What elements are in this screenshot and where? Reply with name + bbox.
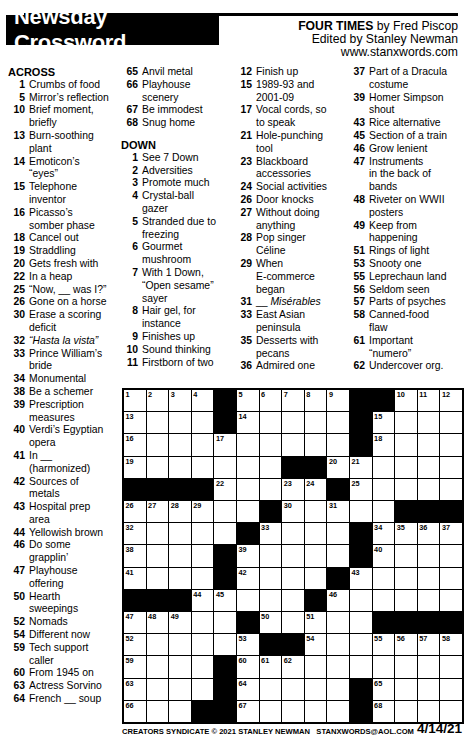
cell-r5c15[interactable] [440,479,462,500]
cell-r13c6[interactable]: 60 [237,656,259,677]
cell-r5c5[interactable]: 22 [214,479,236,500]
cell-r6c2[interactable]: 27 [147,501,169,522]
clue-text: Blackboard accessories [256,156,311,182]
cell-r9c7[interactable] [260,568,282,589]
cell-r2c12[interactable]: 15 [373,412,395,433]
clue-text: “Now, __ was I?” [29,284,106,297]
clue-text: From 1945 on [29,667,94,680]
cell-r3c5[interactable]: 17 [214,434,236,455]
cell-r4c6[interactable] [237,457,259,478]
clue-text: Mirror’s reflection [29,92,109,105]
black-square [260,501,282,522]
clue-number: 31 [235,296,256,309]
cell-r10c7[interactable] [260,590,282,611]
cell-number: 57 [419,634,427,643]
clue-number: 36 [235,360,256,373]
cell-r9c4[interactable] [192,568,214,589]
cell-number: 25 [352,479,360,488]
cell-r6c4[interactable]: 29 [192,501,214,522]
cell-r12c2[interactable] [147,634,169,655]
cell-r2c1[interactable]: 13 [124,412,146,433]
clue-22: 22In a heap [8,271,120,284]
clue-26: 26Gone on a horse [8,296,120,309]
black-square [395,501,417,522]
cell-number: 43 [352,568,360,577]
black-square [214,412,236,433]
cell-r13c7[interactable]: 61 [260,656,282,677]
clue-60: 60From 1945 on [8,667,120,680]
cell-r13c12[interactable] [373,656,395,677]
cell-r14c15[interactable] [440,679,462,700]
cell-r15c2[interactable] [147,701,169,722]
clue-number: 14 [8,156,29,169]
cell-r2c13[interactable] [395,412,417,433]
clue-33: 33Prince William’s bride [8,348,120,374]
cell-r5c14[interactable] [418,479,440,500]
cell-r5c9[interactable]: 24 [305,479,327,500]
clue-text: Gets fresh with [29,258,98,271]
cell-number: 5 [239,390,243,399]
cell-r2c4[interactable] [192,412,214,433]
cell-r8c3[interactable] [169,545,191,566]
cell-r9c14[interactable] [418,568,440,589]
cell-number: 2 [148,390,152,399]
clue-9: 9Finishes up [121,331,233,344]
cell-r3c9[interactable] [305,434,327,455]
cell-r11c7[interactable]: 50 [260,612,282,633]
cell-r14c10[interactable] [327,679,349,700]
cell-r9c6[interactable]: 42 [237,568,259,589]
clue-column-1: ACROSS1Crumbs of food5Mirror’s reflectio… [8,66,120,706]
clue-number: 5 [8,92,29,105]
cell-r2c3[interactable] [169,412,191,433]
cell-r6c1[interactable]: 26 [124,501,146,522]
cell-r12c3[interactable] [169,634,191,655]
cell-r5c6[interactable] [237,479,259,500]
cell-r13c13[interactable] [395,656,417,677]
cell-r8c13[interactable] [395,545,417,566]
cell-r6c9[interactable] [305,501,327,522]
cell-r15c14[interactable] [418,701,440,722]
cell-number: 31 [329,501,337,510]
cell-number: 7 [284,390,288,399]
cell-r15c12[interactable]: 68 [373,701,395,722]
cell-r14c4[interactable] [192,679,214,700]
cell-r10c5[interactable]: 45 [214,590,236,611]
black-square [418,612,440,633]
clue-61: 61Important “numero” [348,335,463,361]
black-square [350,523,372,544]
cell-r3c6[interactable] [237,434,259,455]
cell-number: 65 [374,679,382,688]
cell-r11c5[interactable] [214,612,236,633]
cell-r9c13[interactable] [395,568,417,589]
clue-8: 8Hair gel, for instance [121,305,233,331]
cell-r6c12[interactable] [373,501,395,522]
cell-r11c8[interactable] [282,612,304,633]
cell-r10c14[interactable] [418,590,440,611]
cell-r14c3[interactable] [169,679,191,700]
clue-67: 67Be immodest [121,104,233,117]
cell-r13c4[interactable] [192,656,214,677]
cell-r10c8[interactable] [282,590,304,611]
clue-number: 16 [8,207,29,220]
cell-r4c10[interactable]: 20 [327,457,349,478]
cell-r13c14[interactable] [418,656,440,677]
cell-r11c10[interactable] [327,612,349,633]
cell-r13c11[interactable] [350,656,372,677]
cell-r1c4[interactable]: 4 [192,390,214,411]
cell-r9c3[interactable] [169,568,191,589]
cell-r3c15[interactable] [440,434,462,455]
clue-text: Parts of psyches [369,296,446,309]
cell-r4c11[interactable]: 21 [350,457,372,478]
clue-54: 54Different now [8,629,120,642]
cell-r8c15[interactable] [440,545,462,566]
cell-r14c12[interactable]: 65 [373,679,395,700]
cell-r2c7[interactable] [260,412,282,433]
clue-number: 41 [8,450,29,463]
cell-r13c2[interactable] [147,656,169,677]
cell-r7c10[interactable] [327,523,349,544]
cell-r6c8[interactable]: 30 [282,501,304,522]
clue-number: 54 [8,629,29,642]
cell-r13c15[interactable] [440,656,462,677]
cell-r2c15[interactable] [440,412,462,433]
cell-r11c4[interactable] [192,612,214,633]
cell-r3c12[interactable]: 18 [373,434,395,455]
cell-r6c3[interactable]: 28 [169,501,191,522]
cell-number: 9 [329,390,333,399]
cell-r15c10[interactable] [327,701,349,722]
clue-14: 14Emoticon’s “eyes” [8,156,120,182]
cell-r15c6[interactable]: 67 [237,701,259,722]
black-square [327,568,349,589]
cell-r12c6[interactable]: 53 [237,634,259,655]
cell-r8c9[interactable] [305,545,327,566]
cell-r13c3[interactable] [169,656,191,677]
cell-r13c1[interactable]: 59 [124,656,146,677]
cell-r3c13[interactable] [395,434,417,455]
cell-r14c13[interactable] [395,679,417,700]
black-square [169,590,191,611]
clue-number: 43 [8,501,29,514]
cell-r8c4[interactable] [192,545,214,566]
cell-number: 46 [329,590,337,599]
cell-r10c6[interactable] [237,590,259,611]
clue-text: Anvil metal [142,66,193,79]
cell-r15c9[interactable] [305,701,327,722]
cell-r8c1[interactable]: 38 [124,545,146,566]
cell-r1c14[interactable]: 11 [418,390,440,411]
cell-r15c3[interactable] [169,701,191,722]
cell-number: 8 [306,390,310,399]
cell-r7c2[interactable] [147,523,169,544]
cell-r1c10[interactable]: 9 [327,390,349,411]
cell-r14c6[interactable]: 64 [237,679,259,700]
cell-r9c1[interactable]: 41 [124,568,146,589]
cell-r3c10[interactable] [327,434,349,455]
cell-r12c4[interactable] [192,634,214,655]
clue-text: Crumbs of food [29,79,100,92]
cell-number: 36 [419,523,427,532]
cell-r6c6[interactable] [237,501,259,522]
clue-number: 24 [235,181,256,194]
cell-r9c11[interactable]: 43 [350,568,372,589]
cell-r6c5[interactable] [214,501,236,522]
cell-r7c5[interactable] [214,523,236,544]
cell-r11c9[interactable]: 51 [305,612,327,633]
cell-r2c10[interactable] [327,412,349,433]
cell-number: 32 [126,523,134,532]
cell-r8c14[interactable] [418,545,440,566]
cell-r10c13[interactable] [395,590,417,611]
cell-number: 51 [306,612,314,621]
cell-r12c14[interactable]: 57 [418,634,440,655]
cell-r12c12[interactable]: 55 [373,634,395,655]
clue-5: 5Mirror’s reflection [8,92,120,105]
cell-r7c3[interactable] [169,523,191,544]
cell-r6c10[interactable]: 31 [327,501,349,522]
clue-text: Riveter on WWII posters [369,194,445,220]
cell-r12c10[interactable] [327,634,349,655]
clue-59: 59Tech support caller [8,642,120,668]
cell-r11c2[interactable]: 48 [147,612,169,633]
cell-r1c15[interactable]: 12 [440,390,462,411]
clue-51: 51Rings of light [348,245,463,258]
cell-r1c8[interactable]: 7 [282,390,304,411]
cell-r2c6[interactable]: 14 [237,412,259,433]
clue-text: Finish up [256,66,298,79]
cell-r9c12[interactable] [373,568,395,589]
clue-number: 43 [348,117,369,130]
black-square [214,568,236,589]
cell-r12c5[interactable] [214,634,236,655]
cell-r13c10[interactable] [327,656,349,677]
down-heading: DOWN [121,139,233,152]
cell-r1c9[interactable]: 8 [305,390,327,411]
cell-r1c6[interactable]: 5 [237,390,259,411]
cell-r15c7[interactable] [260,701,282,722]
cell-r8c6[interactable]: 39 [237,545,259,566]
clue-number: 7 [121,267,142,280]
black-square [350,701,372,722]
cell-r4c13[interactable] [395,457,417,478]
clue-text: Burn-soothing plant [29,130,94,156]
cell-r6c11[interactable] [350,501,372,522]
cell-r14c8[interactable] [282,679,304,700]
clue-text: French __ soup [29,693,101,706]
cell-r7c8[interactable] [282,523,304,544]
cell-number: 3 [171,390,175,399]
cell-number: 67 [239,701,247,710]
cell-r4c5[interactable] [214,457,236,478]
clue-column-3: 12Finish up151989-93 and 2001-0917Vocal … [235,66,347,373]
cell-r12c11[interactable] [350,634,372,655]
cell-number: 50 [261,612,269,621]
clue-21: 21Hole-punching tool [235,130,347,156]
cell-r1c7[interactable]: 6 [260,390,282,411]
cell-r13c9[interactable] [305,656,327,677]
cell-r3c3[interactable] [169,434,191,455]
clue-10: 10Sound thinking [121,344,233,357]
clue-number: 26 [8,296,29,309]
cell-r1c2[interactable]: 2 [147,390,169,411]
cell-number: 16 [126,434,134,443]
cell-r10c10[interactable]: 46 [327,590,349,611]
cell-r14c9[interactable] [305,679,327,700]
clue-18: 18Cancel out [8,232,120,245]
cell-r7c9[interactable] [305,523,327,544]
cell-r12c15[interactable]: 58 [440,634,462,655]
cell-r3c14[interactable] [418,434,440,455]
masthead: Newsday Crossword [6,15,219,45]
cell-r10c4[interactable]: 44 [192,590,214,611]
cell-r15c8[interactable] [282,701,304,722]
cell-r4c3[interactable] [169,457,191,478]
cell-number: 20 [329,457,337,466]
clue-number: 65 [121,66,142,79]
cell-number: 52 [126,634,134,643]
clue-number: 13 [8,130,29,143]
cell-r2c14[interactable] [418,412,440,433]
cell-r4c1[interactable]: 19 [124,457,146,478]
clue-26: 26Door knocks [235,194,347,207]
cell-r1c3[interactable]: 3 [169,390,191,411]
cell-r4c12[interactable] [373,457,395,478]
cell-r7c14[interactable]: 36 [418,523,440,544]
cell-r12c9[interactable]: 54 [305,634,327,655]
cell-r14c2[interactable] [147,679,169,700]
puzzle-title-line: FOUR TIMES by Fred Piscop [298,20,458,33]
clue-43: 43Rice alternative [348,117,463,130]
clue-number: 49 [348,220,369,233]
clue-19: 19Straddling [8,245,120,258]
cell-r8c7[interactable] [260,545,282,566]
clue-16: 16Picasso’s somber phase [8,207,120,233]
cell-r5c11[interactable]: 25 [350,479,372,500]
cell-r5c7[interactable] [260,479,282,500]
cell-r12c1[interactable]: 52 [124,634,146,655]
cell-r9c9[interactable] [305,568,327,589]
cell-r14c1[interactable]: 63 [124,679,146,700]
cell-r9c15[interactable] [440,568,462,589]
cell-r4c7[interactable] [260,457,282,478]
cell-number: 37 [442,523,450,532]
cell-number: 53 [239,634,247,643]
cell-r12c13[interactable]: 56 [395,634,417,655]
clue-15: 151989-93 and 2001-09 [235,79,347,105]
cell-r7c1[interactable]: 32 [124,523,146,544]
cell-r11c3[interactable]: 49 [169,612,191,633]
black-square [305,457,327,478]
cell-r4c15[interactable] [440,457,462,478]
cell-r9c2[interactable] [147,568,169,589]
clue-39: 39Homer Simpson shout [348,92,463,118]
clue-33: 33East Asian peninsula [235,309,347,335]
clue-number: 57 [348,296,369,309]
copyright-credit: CREATORS SYNDICATE © 2021 STANLEY NEWMAN… [122,727,414,736]
cell-r8c8[interactable] [282,545,304,566]
cell-r8c10[interactable] [327,545,349,566]
black-square [214,656,236,677]
cell-r15c1[interactable]: 66 [124,701,146,722]
cell-number: 58 [442,634,450,643]
cell-r8c2[interactable] [147,545,169,566]
cell-r15c13[interactable] [395,701,417,722]
clue-66: 66Playhouse scenery [121,79,233,105]
cell-r11c11[interactable] [350,612,372,633]
clue-28: 28Pop singer Céline [235,232,347,258]
cell-r5c12[interactable] [373,479,395,500]
black-square [237,612,259,633]
cell-r3c2[interactable] [147,434,169,455]
cell-r3c4[interactable] [192,434,214,455]
clue-text: East Asian peninsula [256,309,305,335]
cell-r3c8[interactable] [282,434,304,455]
clue-number: 10 [121,344,142,357]
cell-number: 28 [171,501,179,510]
cell-number: 68 [374,701,382,710]
clue-number: 17 [235,104,256,117]
cell-r7c4[interactable] [192,523,214,544]
cell-r14c14[interactable] [418,679,440,700]
cell-r2c2[interactable] [147,412,169,433]
cell-r10c15[interactable] [440,590,462,611]
black-square [373,390,395,411]
cell-r9c8[interactable] [282,568,304,589]
clue-number: 60 [8,667,29,680]
cell-r7c12[interactable]: 34 [373,523,395,544]
clue-37: 37Part of a Dracula costume [348,66,463,92]
cell-r8c12[interactable]: 40 [373,545,395,566]
clue-text: In a heap [29,271,72,284]
clue-45: 45Section of a train [348,130,463,143]
clue-text: Brief moment, briefly [29,104,94,130]
cell-number: 11 [419,390,427,399]
cell-r2c9[interactable] [305,412,327,433]
clue-55: 55Leprechaun land [348,271,463,284]
cell-r13c8[interactable]: 62 [282,656,304,677]
cell-r4c2[interactable] [147,457,169,478]
puzzle-title: FOUR TIMES [298,19,373,33]
clue-text: Firstborn of two [142,357,214,370]
cell-r14c7[interactable] [260,679,282,700]
cell-r3c1[interactable]: 16 [124,434,146,455]
cell-r7c7[interactable]: 33 [260,523,282,544]
cell-r15c15[interactable] [440,701,462,722]
clue-number: 46 [8,539,29,552]
cell-r10c12[interactable] [373,590,395,611]
clue-text: Undercover org. [369,360,444,373]
cell-r2c8[interactable] [282,412,304,433]
cell-r3c7[interactable] [260,434,282,455]
cell-r1c1[interactable]: 1 [124,390,146,411]
cell-number: 62 [284,656,292,665]
cell-r7c13[interactable]: 35 [395,523,417,544]
cell-r4c4[interactable] [192,457,214,478]
cell-r7c15[interactable]: 37 [440,523,462,544]
clue-number: 1 [8,79,29,92]
cell-r1c13[interactable]: 10 [395,390,417,411]
cell-r5c13[interactable] [395,479,417,500]
cell-number: 61 [261,656,269,665]
cell-r5c8[interactable]: 23 [282,479,304,500]
cell-r11c1[interactable]: 47 [124,612,146,633]
clue-text: Straddling [29,245,76,258]
cell-r4c14[interactable] [418,457,440,478]
cell-r10c11[interactable] [350,590,372,611]
